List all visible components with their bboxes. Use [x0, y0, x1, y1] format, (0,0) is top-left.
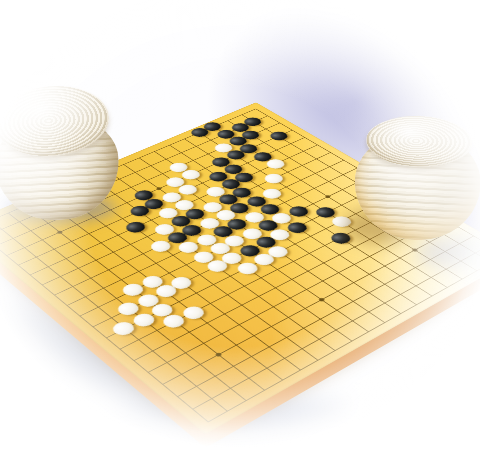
star-point	[317, 297, 324, 302]
white-stone	[206, 241, 233, 257]
star-point	[411, 248, 418, 252]
star-point	[130, 288, 137, 292]
white-stone	[217, 250, 244, 266]
white-stone	[174, 240, 201, 256]
white-stone	[147, 301, 176, 319]
white-stone	[189, 249, 216, 265]
white-stone	[167, 275, 195, 292]
black-stone	[236, 243, 263, 259]
white-stone	[113, 300, 141, 318]
white-stone	[108, 319, 137, 337]
white-stone	[151, 283, 179, 300]
white-stone	[118, 281, 146, 298]
scene	[0, 0, 480, 462]
white-stone	[264, 244, 291, 260]
white-stone	[233, 260, 261, 276]
white-stone	[250, 252, 277, 268]
star-point	[214, 352, 222, 357]
right-stone-bowl	[353, 110, 480, 242]
left-stone-bowl	[0, 85, 123, 225]
white-stone	[203, 258, 230, 274]
white-stone	[158, 312, 187, 330]
white-stone	[133, 292, 161, 309]
white-stone	[179, 304, 208, 322]
white-stone	[138, 274, 166, 291]
white-stone	[129, 311, 158, 329]
